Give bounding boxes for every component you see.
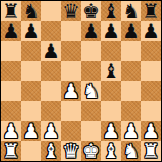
square-a4[interactable] <box>1 81 21 101</box>
square-d8[interactable]: ♛ <box>61 1 81 21</box>
square-d2[interactable] <box>61 121 81 141</box>
square-b5[interactable] <box>21 61 41 81</box>
square-e3[interactable] <box>81 101 101 121</box>
square-e7[interactable]: ♟ <box>81 21 101 41</box>
white-pawn-piece[interactable]: ♟ <box>102 121 120 141</box>
black-rook-piece[interactable]: ♜ <box>2 1 20 21</box>
square-f4[interactable] <box>101 81 121 101</box>
white-king-piece[interactable]: ♚ <box>82 141 100 161</box>
black-pawn-piece[interactable]: ♟ <box>142 21 160 41</box>
square-b8[interactable]: ♞ <box>21 1 41 21</box>
white-pawn-piece[interactable]: ♟ <box>22 121 40 141</box>
square-g5[interactable] <box>121 61 141 81</box>
square-g2[interactable]: ♟ <box>121 121 141 141</box>
square-e1[interactable]: ♚ <box>81 141 101 161</box>
square-c6[interactable]: ♟ <box>41 41 61 61</box>
square-d6[interactable] <box>61 41 81 61</box>
square-g1[interactable]: ♞ <box>121 141 141 161</box>
white-rook-piece[interactable]: ♜ <box>142 141 160 161</box>
white-pawn-piece[interactable]: ♟ <box>42 121 60 141</box>
black-pawn-piece[interactable]: ♟ <box>2 21 20 41</box>
square-f3[interactable] <box>101 101 121 121</box>
black-pawn-piece[interactable]: ♟ <box>42 41 60 61</box>
square-f7[interactable]: ♟ <box>101 21 121 41</box>
white-pawn-piece[interactable]: ♟ <box>122 121 140 141</box>
square-c3[interactable] <box>41 101 61 121</box>
square-a5[interactable] <box>1 61 21 81</box>
white-pawn-piece[interactable]: ♟ <box>2 121 20 141</box>
black-king-piece[interactable]: ♚ <box>82 1 100 21</box>
square-b2[interactable]: ♟ <box>21 121 41 141</box>
square-g4[interactable] <box>121 81 141 101</box>
square-h6[interactable] <box>141 41 161 61</box>
black-knight-piece[interactable]: ♞ <box>122 1 140 21</box>
square-h4[interactable] <box>141 81 161 101</box>
black-pawn-piece[interactable]: ♟ <box>102 21 120 41</box>
white-pawn-piece[interactable]: ♟ <box>62 81 80 101</box>
square-h3[interactable] <box>141 101 161 121</box>
square-h2[interactable]: ♟ <box>141 121 161 141</box>
square-d4[interactable]: ♟ <box>61 81 81 101</box>
black-bishop-piece[interactable]: ♝ <box>102 61 120 81</box>
square-c8[interactable] <box>41 1 61 21</box>
square-f6[interactable] <box>101 41 121 61</box>
black-pawn-piece[interactable]: ♟ <box>122 21 140 41</box>
white-knight-piece[interactable]: ♞ <box>82 81 100 101</box>
square-g7[interactable]: ♟ <box>121 21 141 41</box>
white-bishop-piece[interactable]: ♝ <box>102 141 120 161</box>
black-pawn-piece[interactable]: ♟ <box>22 21 40 41</box>
square-e5[interactable] <box>81 61 101 81</box>
square-g6[interactable] <box>121 41 141 61</box>
square-c4[interactable] <box>41 81 61 101</box>
square-c1[interactable]: ♝ <box>41 141 61 161</box>
white-pawn-piece[interactable]: ♟ <box>142 121 160 141</box>
square-d1[interactable]: ♛ <box>61 141 81 161</box>
square-h1[interactable]: ♜ <box>141 141 161 161</box>
black-rook-piece[interactable]: ♜ <box>142 1 160 21</box>
square-f2[interactable]: ♟ <box>101 121 121 141</box>
black-queen-piece[interactable]: ♛ <box>62 1 80 21</box>
square-d5[interactable] <box>61 61 81 81</box>
white-bishop-piece[interactable]: ♝ <box>42 141 60 161</box>
black-bishop-piece[interactable]: ♝ <box>102 1 120 21</box>
square-h8[interactable]: ♜ <box>141 1 161 21</box>
square-e4[interactable]: ♞ <box>81 81 101 101</box>
square-e2[interactable] <box>81 121 101 141</box>
white-knight-piece[interactable]: ♞ <box>122 141 140 161</box>
square-h7[interactable]: ♟ <box>141 21 161 41</box>
square-c7[interactable] <box>41 21 61 41</box>
square-a2[interactable]: ♟ <box>1 121 21 141</box>
square-h5[interactable] <box>141 61 161 81</box>
white-queen-piece[interactable]: ♛ <box>62 141 80 161</box>
square-d7[interactable] <box>61 21 81 41</box>
square-c2[interactable]: ♟ <box>41 121 61 141</box>
black-knight-piece[interactable]: ♞ <box>22 1 40 21</box>
black-pawn-piece[interactable]: ♟ <box>82 21 100 41</box>
square-b6[interactable] <box>21 41 41 61</box>
square-g3[interactable] <box>121 101 141 121</box>
square-b4[interactable] <box>21 81 41 101</box>
square-e6[interactable] <box>81 41 101 61</box>
square-f8[interactable]: ♝ <box>101 1 121 21</box>
square-e8[interactable]: ♚ <box>81 1 101 21</box>
square-g8[interactable]: ♞ <box>121 1 141 21</box>
square-b1[interactable] <box>21 141 41 161</box>
square-a6[interactable] <box>1 41 21 61</box>
square-a7[interactable]: ♟ <box>1 21 21 41</box>
square-f5[interactable]: ♝ <box>101 61 121 81</box>
square-b3[interactable] <box>21 101 41 121</box>
square-a1[interactable]: ♜ <box>1 141 21 161</box>
square-b7[interactable]: ♟ <box>21 21 41 41</box>
square-a3[interactable] <box>1 101 21 121</box>
chess-board: ♜♞♛♚♝♞♜♟♟♟♟♟♟♟♝♟♞♟♟♟♟♟♟♜♝♛♚♝♞♜ <box>0 0 162 162</box>
square-d3[interactable] <box>61 101 81 121</box>
square-a8[interactable]: ♜ <box>1 1 21 21</box>
white-rook-piece[interactable]: ♜ <box>2 141 20 161</box>
square-f1[interactable]: ♝ <box>101 141 121 161</box>
square-c5[interactable] <box>41 61 61 81</box>
